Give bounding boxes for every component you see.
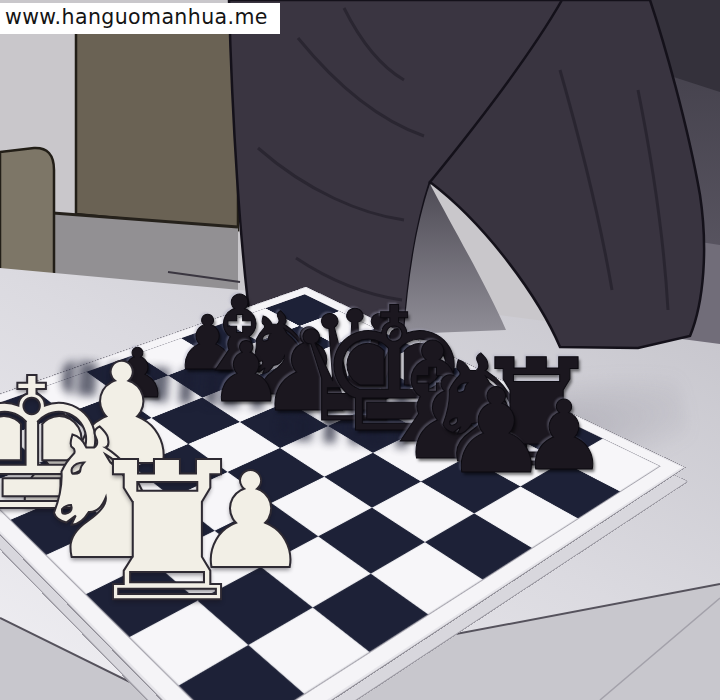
black-pawn: ♟ bbox=[444, 373, 549, 490]
pieces-layer: ♟♝♟♞♟♛♚♝♟♞♟♜♟♟♚♟♟♞♜♟ bbox=[0, 0, 720, 700]
comic-panel: ♟♝♟♞♟♛♚♝♟♞♟♜♟♟♚♟♟♞♜♟ www.hanguomanhua.me bbox=[0, 0, 720, 700]
white-rook: ♜ bbox=[81, 437, 253, 629]
watermark-box: www.hanguomanhua.me bbox=[0, 3, 280, 34]
watermark-text: www.hanguomanhua.me bbox=[5, 5, 268, 29]
